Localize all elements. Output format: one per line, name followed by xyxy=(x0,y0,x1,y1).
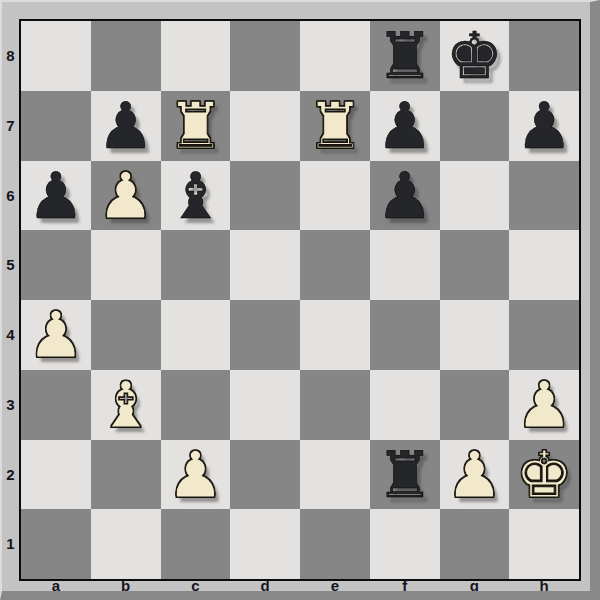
rank-label-1: 1 xyxy=(2,509,19,579)
black-rook-f8[interactable]: ♜ xyxy=(370,21,440,91)
square-g3[interactable] xyxy=(440,370,510,440)
square-a3[interactable] xyxy=(21,370,91,440)
square-c5[interactable] xyxy=(161,230,231,300)
file-label-f: f xyxy=(370,579,440,592)
square-b5[interactable] xyxy=(91,230,161,300)
square-c8[interactable] xyxy=(161,21,231,91)
white-pawn-a4[interactable]: ♟ xyxy=(21,300,91,370)
white-rook-e7[interactable]: ♜ xyxy=(300,91,370,161)
rank-label-7: 7 xyxy=(2,91,19,161)
square-h3[interactable]: ♟ xyxy=(509,370,579,440)
file-label-c: c xyxy=(161,579,231,592)
square-c3[interactable] xyxy=(161,370,231,440)
square-h7[interactable]: ♟ xyxy=(509,91,579,161)
square-g5[interactable] xyxy=(440,230,510,300)
square-b3[interactable]: ♝ xyxy=(91,370,161,440)
square-h2[interactable]: ♚ xyxy=(509,440,579,510)
square-g6[interactable] xyxy=(440,161,510,231)
black-pawn-f6[interactable]: ♟ xyxy=(370,161,440,231)
square-b2[interactable] xyxy=(91,440,161,510)
square-b8[interactable] xyxy=(91,21,161,91)
rank-label-6: 6 xyxy=(2,161,19,231)
square-e4[interactable] xyxy=(300,300,370,370)
square-c7[interactable]: ♜ xyxy=(161,91,231,161)
square-d6[interactable] xyxy=(230,161,300,231)
file-label-e: e xyxy=(300,579,370,592)
square-e2[interactable] xyxy=(300,440,370,510)
square-f1[interactable] xyxy=(370,509,440,579)
square-a1[interactable] xyxy=(21,509,91,579)
square-f7[interactable]: ♟ xyxy=(370,91,440,161)
square-a2[interactable] xyxy=(21,440,91,510)
square-f4[interactable] xyxy=(370,300,440,370)
square-e1[interactable] xyxy=(300,509,370,579)
chess-diagram: 87654321 ♜♚♟♜♜♟♟♟♟♝♟♟♝♟♟♜♟♚ abcdefgh xyxy=(0,0,600,600)
square-b1[interactable] xyxy=(91,509,161,579)
square-d7[interactable] xyxy=(230,91,300,161)
white-pawn-b6[interactable]: ♟ xyxy=(91,161,161,231)
square-a4[interactable]: ♟ xyxy=(21,300,91,370)
white-pawn-g2[interactable]: ♟ xyxy=(440,440,510,510)
square-b4[interactable] xyxy=(91,300,161,370)
square-d3[interactable] xyxy=(230,370,300,440)
square-g2[interactable]: ♟ xyxy=(440,440,510,510)
file-labels: abcdefgh xyxy=(21,579,579,592)
white-pawn-c2[interactable]: ♟ xyxy=(161,440,231,510)
white-bishop-b3[interactable]: ♝ xyxy=(91,370,161,440)
black-rook-f2[interactable]: ♜ xyxy=(370,440,440,510)
file-label-h: h xyxy=(509,579,579,592)
black-king-g8[interactable]: ♚ xyxy=(440,21,510,91)
white-pawn-h3[interactable]: ♟ xyxy=(509,370,579,440)
black-pawn-f7[interactable]: ♟ xyxy=(370,91,440,161)
square-h1[interactable] xyxy=(509,509,579,579)
black-pawn-a6[interactable]: ♟ xyxy=(21,161,91,231)
square-d1[interactable] xyxy=(230,509,300,579)
square-g7[interactable] xyxy=(440,91,510,161)
file-label-d: d xyxy=(230,579,300,592)
square-c1[interactable] xyxy=(161,509,231,579)
square-d4[interactable] xyxy=(230,300,300,370)
square-e8[interactable] xyxy=(300,21,370,91)
square-c2[interactable]: ♟ xyxy=(161,440,231,510)
black-pawn-b7[interactable]: ♟ xyxy=(91,91,161,161)
square-a7[interactable] xyxy=(21,91,91,161)
rank-label-8: 8 xyxy=(2,21,19,91)
rank-label-2: 2 xyxy=(2,440,19,510)
square-e3[interactable] xyxy=(300,370,370,440)
square-f8[interactable]: ♜ xyxy=(370,21,440,91)
rank-label-5: 5 xyxy=(2,230,19,300)
square-f3[interactable] xyxy=(370,370,440,440)
square-g4[interactable] xyxy=(440,300,510,370)
square-b6[interactable]: ♟ xyxy=(91,161,161,231)
chess-board: ♜♚♟♜♜♟♟♟♟♝♟♟♝♟♟♜♟♚ xyxy=(19,19,581,581)
square-f6[interactable]: ♟ xyxy=(370,161,440,231)
white-rook-c7[interactable]: ♜ xyxy=(161,91,231,161)
square-a6[interactable]: ♟ xyxy=(21,161,91,231)
square-h6[interactable] xyxy=(509,161,579,231)
square-e6[interactable] xyxy=(300,161,370,231)
rank-labels: 87654321 xyxy=(2,21,19,579)
file-label-a: a xyxy=(21,579,91,592)
square-g1[interactable] xyxy=(440,509,510,579)
square-d8[interactable] xyxy=(230,21,300,91)
square-b7[interactable]: ♟ xyxy=(91,91,161,161)
square-a8[interactable] xyxy=(21,21,91,91)
square-f2[interactable]: ♜ xyxy=(370,440,440,510)
square-e7[interactable]: ♜ xyxy=(300,91,370,161)
file-label-b: b xyxy=(91,579,161,592)
square-a5[interactable] xyxy=(21,230,91,300)
square-g8[interactable]: ♚ xyxy=(440,21,510,91)
square-d5[interactable] xyxy=(230,230,300,300)
square-h8[interactable] xyxy=(509,21,579,91)
black-bishop-c6[interactable]: ♝ xyxy=(161,161,231,231)
square-h5[interactable] xyxy=(509,230,579,300)
square-d2[interactable] xyxy=(230,440,300,510)
square-f5[interactable] xyxy=(370,230,440,300)
square-c6[interactable]: ♝ xyxy=(161,161,231,231)
black-pawn-h7[interactable]: ♟ xyxy=(509,91,579,161)
rank-label-4: 4 xyxy=(2,300,19,370)
white-king-h2[interactable]: ♚ xyxy=(509,440,579,510)
square-c4[interactable] xyxy=(161,300,231,370)
square-e5[interactable] xyxy=(300,230,370,300)
square-h4[interactable] xyxy=(509,300,579,370)
rank-label-3: 3 xyxy=(2,370,19,440)
file-label-g: g xyxy=(440,579,510,592)
